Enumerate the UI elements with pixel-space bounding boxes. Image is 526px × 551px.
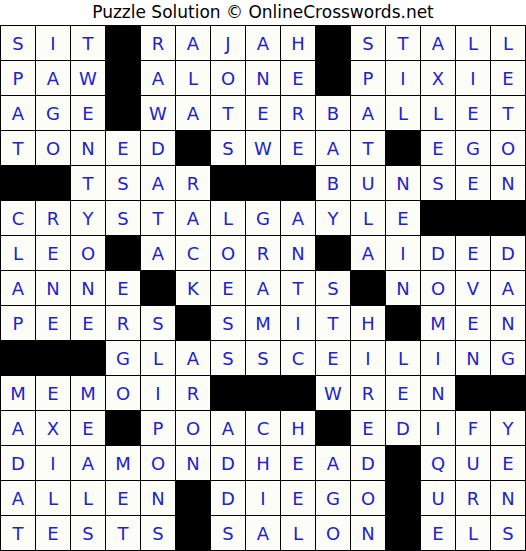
letter-cell-r15c13: E [421, 516, 455, 550]
letter-cell-r15c2: E [36, 516, 70, 550]
letter-cell-r2c14: I [456, 61, 490, 95]
block-cell-r4c12 [386, 131, 420, 165]
letter-cell-r2c3: W [71, 61, 105, 95]
letter-cell-r1c2: I [36, 26, 70, 60]
letter-cell-r10c14: N [456, 341, 490, 375]
letter-cell-r2c15: E [491, 61, 525, 95]
letter-cell-r1c14: L [456, 26, 490, 60]
letter-cell-r14c9: E [281, 481, 315, 515]
letter-cell-r13c14: U [456, 446, 490, 480]
letter-cell-r8c4: E [106, 271, 140, 305]
letter-cell-r6c7: L [211, 201, 245, 235]
letter-cell-r12c13: I [421, 411, 455, 445]
block-cell-r13c12 [386, 446, 420, 480]
letter-cell-r7c13: D [421, 236, 455, 270]
letter-cell-r3c7: T [211, 96, 245, 130]
letter-cell-r14c7: D [211, 481, 245, 515]
letter-cell-r13c5: O [141, 446, 175, 480]
letter-cell-r3c15: T [491, 96, 525, 130]
letter-cell-r9c11: H [351, 306, 385, 340]
letter-cell-r6c6: A [176, 201, 210, 235]
letter-cell-r7c2: E [36, 236, 70, 270]
letter-cell-r11c13: N [421, 376, 455, 410]
letter-cell-r13c7: D [211, 446, 245, 480]
letter-cell-r15c8: A [246, 516, 280, 550]
letter-cell-r7c6: C [176, 236, 210, 270]
letter-cell-r13c1: D [1, 446, 35, 480]
letter-cell-r5c12: N [386, 166, 420, 200]
letter-cell-r3c12: L [386, 96, 420, 130]
letter-cell-r5c10: B [316, 166, 350, 200]
letter-cell-r7c15: D [491, 236, 525, 270]
letter-cell-r6c2: R [36, 201, 70, 235]
letter-cell-r8c2: N [36, 271, 70, 305]
letter-cell-r4c10: A [316, 131, 350, 165]
block-cell-r2c4 [106, 61, 140, 95]
letter-cell-r3c14: E [456, 96, 490, 130]
letter-cell-r12c11: E [351, 411, 385, 445]
letter-cell-r5c5: A [141, 166, 175, 200]
letter-cell-r11c1: M [1, 376, 35, 410]
letter-cell-r13c4: M [106, 446, 140, 480]
letter-cell-r13c15: E [491, 446, 525, 480]
block-cell-r7c10 [316, 236, 350, 270]
letter-cell-r11c6: R [176, 376, 210, 410]
letter-cell-r1c12: T [386, 26, 420, 60]
letter-cell-r1c11: S [351, 26, 385, 60]
letter-cell-r10c11: I [351, 341, 385, 375]
letter-cell-r6c1: C [1, 201, 35, 235]
letter-cell-r7c5: A [141, 236, 175, 270]
letter-cell-r8c10: S [316, 271, 350, 305]
letter-cell-r2c12: I [386, 61, 420, 95]
letter-cell-r5c6: R [176, 166, 210, 200]
block-cell-r8c11 [351, 271, 385, 305]
letter-cell-r7c3: O [71, 236, 105, 270]
letter-cell-r14c8: I [246, 481, 280, 515]
letter-cell-r13c2: I [36, 446, 70, 480]
letter-cell-r13c8: H [246, 446, 280, 480]
letter-cell-r2c2: A [36, 61, 70, 95]
letter-cell-r6c12: E [386, 201, 420, 235]
letter-cell-r3c11: A [351, 96, 385, 130]
letter-cell-r10c8: S [246, 341, 280, 375]
letter-cell-r8c14: V [456, 271, 490, 305]
letter-cell-r2c5: A [141, 61, 175, 95]
letter-cell-r9c4: R [106, 306, 140, 340]
letter-cell-r4c7: S [211, 131, 245, 165]
letter-cell-r12c15: Y [491, 411, 525, 445]
letter-cell-r3c9: R [281, 96, 315, 130]
letter-cell-r9c7: S [211, 306, 245, 340]
letter-cell-r7c11: A [351, 236, 385, 270]
letter-cell-r4c3: N [71, 131, 105, 165]
block-cell-r10c2 [36, 341, 70, 375]
page-title: Puzzle Solution © OnlineCrosswords.net [0, 0, 526, 25]
letter-cell-r1c6: A [176, 26, 210, 60]
letter-cell-r9c3: E [71, 306, 105, 340]
letter-cell-r7c14: E [456, 236, 490, 270]
letter-cell-r4c11: T [351, 131, 385, 165]
letter-cell-r3c8: E [246, 96, 280, 130]
letter-cell-r12c1: A [1, 411, 35, 445]
letter-cell-r3c5: W [141, 96, 175, 130]
block-cell-r10c1 [1, 341, 35, 375]
letter-cell-r8c1: A [1, 271, 35, 305]
letter-cell-r1c1: S [1, 26, 35, 60]
letter-cell-r15c15: S [491, 516, 525, 550]
letter-cell-r8c6: K [176, 271, 210, 305]
letter-cell-r14c15: N [491, 481, 525, 515]
block-cell-r12c10 [316, 411, 350, 445]
letter-cell-r4c13: E [421, 131, 455, 165]
block-cell-r10c3 [71, 341, 105, 375]
block-cell-r14c12 [386, 481, 420, 515]
letter-cell-r1c7: J [211, 26, 245, 60]
letter-cell-r4c8: W [246, 131, 280, 165]
letter-cell-r11c2: E [36, 376, 70, 410]
letter-cell-r12c2: X [36, 411, 70, 445]
letter-cell-r2c13: X [421, 61, 455, 95]
block-cell-r11c15 [491, 376, 525, 410]
letter-cell-r12c7: A [211, 411, 245, 445]
letter-cell-r4c5: D [141, 131, 175, 165]
letter-cell-r14c10: G [316, 481, 350, 515]
block-cell-r5c7 [211, 166, 245, 200]
letter-cell-r12c5: P [141, 411, 175, 445]
letter-cell-r13c13: Q [421, 446, 455, 480]
block-cell-r5c2 [36, 166, 70, 200]
block-cell-r3c4 [106, 96, 140, 130]
letter-cell-r7c7: O [211, 236, 245, 270]
letter-cell-r2c8: N [246, 61, 280, 95]
letter-cell-r5c4: S [106, 166, 140, 200]
letter-cell-r10c15: G [491, 341, 525, 375]
letter-cell-r14c4: E [106, 481, 140, 515]
letter-cell-r7c12: I [386, 236, 420, 270]
block-cell-r12c4 [106, 411, 140, 445]
letter-cell-r13c9: E [281, 446, 315, 480]
letter-cell-r14c2: L [36, 481, 70, 515]
block-cell-r15c12 [386, 516, 420, 550]
letter-cell-r13c6: N [176, 446, 210, 480]
letter-cell-r6c8: G [246, 201, 280, 235]
letter-cell-r15c3: S [71, 516, 105, 550]
block-cell-r11c7 [211, 376, 245, 410]
letter-cell-r10c6: A [176, 341, 210, 375]
block-cell-r2c10 [316, 61, 350, 95]
letter-cell-r8c8: A [246, 271, 280, 305]
letter-cell-r10c13: I [421, 341, 455, 375]
block-cell-r6c14 [456, 201, 490, 235]
letter-cell-r5c3: T [71, 166, 105, 200]
letter-cell-r6c3: Y [71, 201, 105, 235]
letter-cell-r15c9: L [281, 516, 315, 550]
letter-cell-r8c7: E [211, 271, 245, 305]
crossword-board: SITRAJAHSTALLPAWALONEPIXIEAGEWATERBALLET… [0, 25, 526, 551]
letter-cell-r3c1: A [1, 96, 35, 130]
letter-cell-r1c3: T [71, 26, 105, 60]
letter-cell-r15c11: N [351, 516, 385, 550]
letter-cell-r12c9: H [281, 411, 315, 445]
letter-cell-r1c15: L [491, 26, 525, 60]
letter-cell-r11c10: W [316, 376, 350, 410]
letter-cell-r7c8: R [246, 236, 280, 270]
letter-cell-r5c13: S [421, 166, 455, 200]
letter-cell-r6c9: A [281, 201, 315, 235]
block-cell-r9c12 [386, 306, 420, 340]
block-cell-r5c8 [246, 166, 280, 200]
letter-cell-r6c4: S [106, 201, 140, 235]
letter-cell-r7c9: N [281, 236, 315, 270]
letter-cell-r12c12: D [386, 411, 420, 445]
letter-cell-r9c10: T [316, 306, 350, 340]
puzzle-solution-page: Puzzle Solution © OnlineCrosswords.net S… [0, 0, 526, 551]
letter-cell-r6c10: Y [316, 201, 350, 235]
letter-cell-r1c5: R [141, 26, 175, 60]
letter-cell-r4c14: G [456, 131, 490, 165]
letter-cell-r4c1: T [1, 131, 35, 165]
block-cell-r11c9 [281, 376, 315, 410]
letter-cell-r14c1: A [1, 481, 35, 515]
letter-cell-r2c6: L [176, 61, 210, 95]
letter-cell-r8c12: N [386, 271, 420, 305]
letter-cell-r10c10: E [316, 341, 350, 375]
letter-cell-r10c12: L [386, 341, 420, 375]
letter-cell-r9c2: E [36, 306, 70, 340]
letter-cell-r9c1: P [1, 306, 35, 340]
letter-cell-r2c1: P [1, 61, 35, 95]
block-cell-r5c9 [281, 166, 315, 200]
letter-cell-r12c3: E [71, 411, 105, 445]
block-cell-r1c4 [106, 26, 140, 60]
letter-cell-r10c4: G [106, 341, 140, 375]
letter-cell-r3c13: L [421, 96, 455, 130]
letter-cell-r1c9: H [281, 26, 315, 60]
letter-cell-r11c5: I [141, 376, 175, 410]
letter-cell-r15c10: O [316, 516, 350, 550]
letter-cell-r11c3: M [71, 376, 105, 410]
letter-cell-r2c11: P [351, 61, 385, 95]
letter-cell-r9c8: M [246, 306, 280, 340]
letter-cell-r15c7: S [211, 516, 245, 550]
letter-cell-r14c3: L [71, 481, 105, 515]
letter-cell-r10c9: C [281, 341, 315, 375]
letter-cell-r15c5: S [141, 516, 175, 550]
letter-cell-r14c11: O [351, 481, 385, 515]
letter-cell-r9c9: I [281, 306, 315, 340]
letter-cell-r4c15: O [491, 131, 525, 165]
letter-cell-r8c3: N [71, 271, 105, 305]
block-cell-r7c4 [106, 236, 140, 270]
letter-cell-r12c14: F [456, 411, 490, 445]
letter-cell-r11c12: E [386, 376, 420, 410]
block-cell-r11c14 [456, 376, 490, 410]
letter-cell-r15c1: T [1, 516, 35, 550]
letter-cell-r15c4: T [106, 516, 140, 550]
letter-cell-r6c5: T [141, 201, 175, 235]
block-cell-r8c5 [141, 271, 175, 305]
letter-cell-r4c9: E [281, 131, 315, 165]
block-cell-r14c6 [176, 481, 210, 515]
letter-cell-r14c14: R [456, 481, 490, 515]
letter-cell-r10c7: S [211, 341, 245, 375]
letter-cell-r1c13: A [421, 26, 455, 60]
letter-cell-r13c11: D [351, 446, 385, 480]
letter-cell-r4c4: E [106, 131, 140, 165]
letter-cell-r12c8: C [246, 411, 280, 445]
letter-cell-r9c13: M [421, 306, 455, 340]
letter-cell-r7c1: L [1, 236, 35, 270]
letter-cell-r14c13: U [421, 481, 455, 515]
letter-cell-r10c5: L [141, 341, 175, 375]
block-cell-r4c6 [176, 131, 210, 165]
letter-cell-r3c2: G [36, 96, 70, 130]
letter-cell-r9c5: S [141, 306, 175, 340]
block-cell-r1c10 [316, 26, 350, 60]
letter-cell-r6c11: L [351, 201, 385, 235]
block-cell-r15c6 [176, 516, 210, 550]
letter-cell-r5c11: U [351, 166, 385, 200]
letter-cell-r11c11: R [351, 376, 385, 410]
letter-cell-r3c3: E [71, 96, 105, 130]
letter-cell-r12c6: O [176, 411, 210, 445]
letter-cell-r3c6: A [176, 96, 210, 130]
letter-cell-r5c14: E [456, 166, 490, 200]
letter-cell-r8c9: T [281, 271, 315, 305]
letter-cell-r2c9: E [281, 61, 315, 95]
letter-cell-r1c8: A [246, 26, 280, 60]
letter-cell-r14c5: N [141, 481, 175, 515]
letter-cell-r11c4: O [106, 376, 140, 410]
letter-cell-r15c14: L [456, 516, 490, 550]
letter-cell-r3c10: B [316, 96, 350, 130]
block-cell-r11c8 [246, 376, 280, 410]
letter-cell-r9c14: E [456, 306, 490, 340]
block-cell-r5c1 [1, 166, 35, 200]
letter-cell-r8c15: A [491, 271, 525, 305]
letter-cell-r2c7: O [211, 61, 245, 95]
letter-cell-r5c15: N [491, 166, 525, 200]
letter-cell-r8c13: O [421, 271, 455, 305]
block-cell-r6c15 [491, 201, 525, 235]
block-cell-r9c6 [176, 306, 210, 340]
block-cell-r6c13 [421, 201, 455, 235]
letter-cell-r13c3: A [71, 446, 105, 480]
letter-cell-r9c15: N [491, 306, 525, 340]
letter-cell-r13c10: A [316, 446, 350, 480]
letter-cell-r4c2: O [36, 131, 70, 165]
